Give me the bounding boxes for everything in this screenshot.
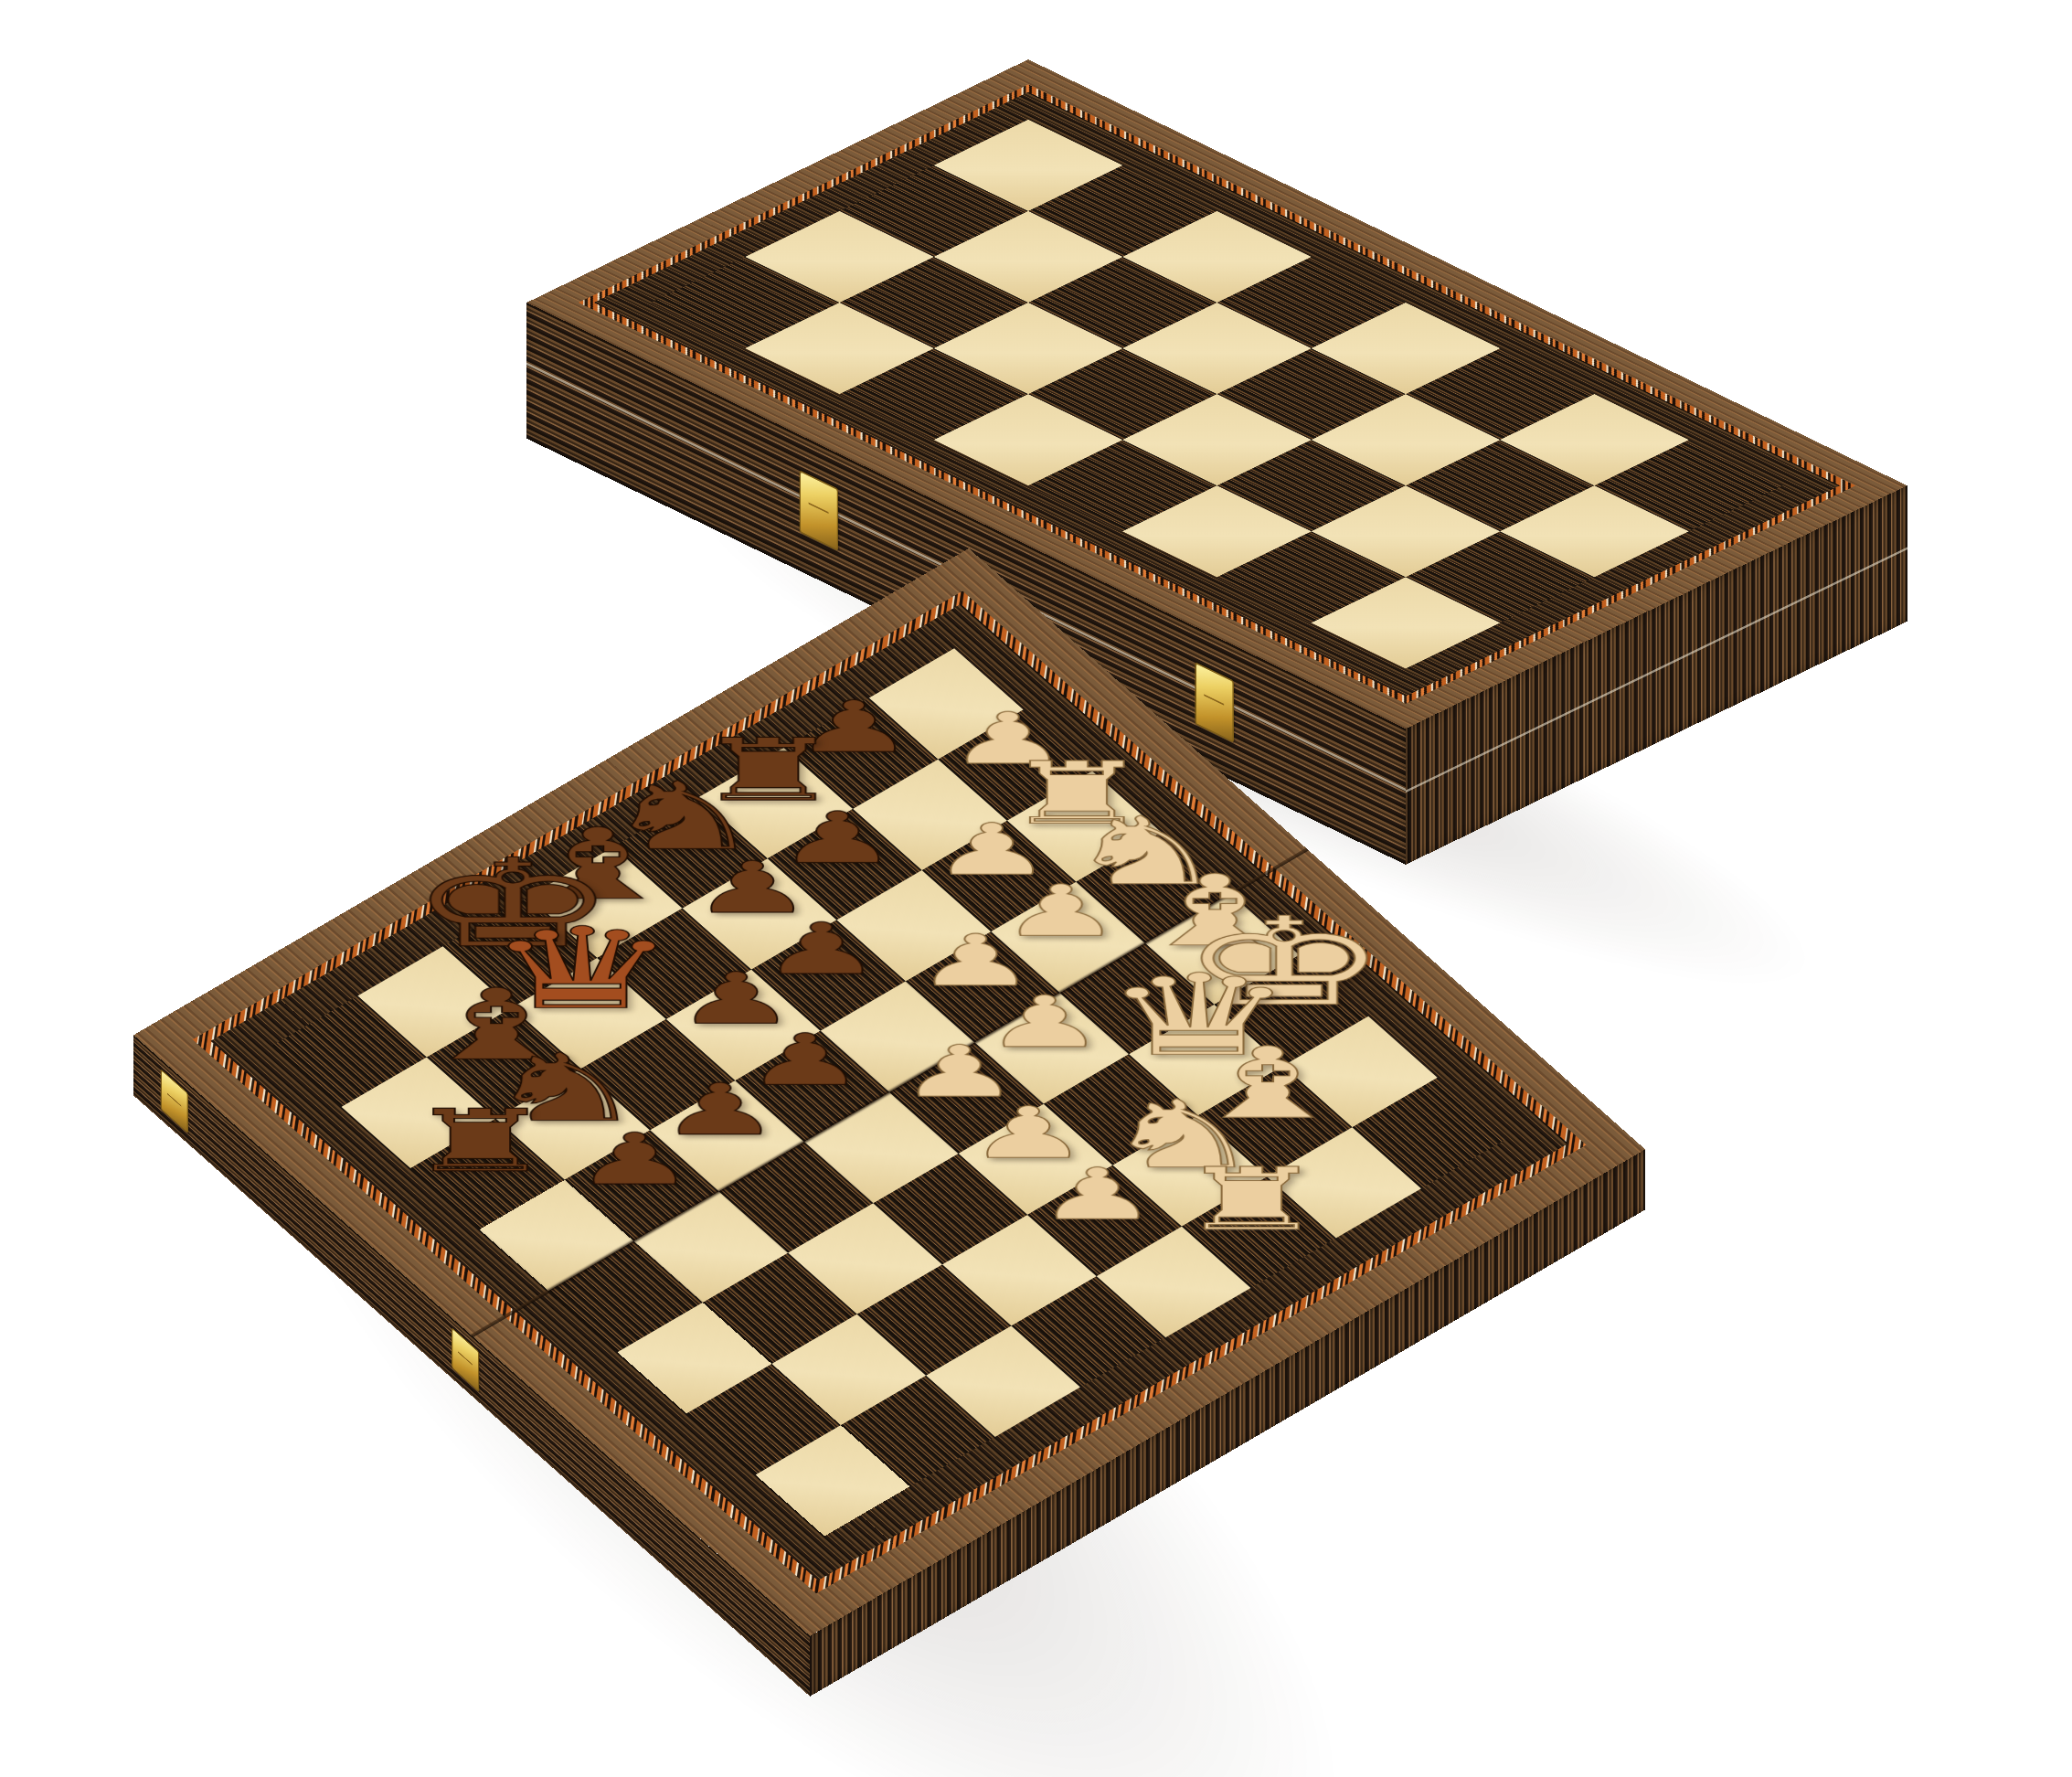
brass-latch[interactable] — [799, 470, 837, 551]
brass-latch[interactable] — [1195, 662, 1233, 743]
product-photo-scene: ♟♜♞♝♚♟♟♟♛♝♜♟♟♟♞♜♞♟♟♟♟♟♝♟♟♚♛♟♝♞♟♜ — [0, 0, 2072, 1777]
piece-white-rook[interactable]: ♜ — [1177, 1156, 1326, 1242]
piece-dark-rook[interactable]: ♜ — [406, 1098, 555, 1184]
piece-dark-pawn[interactable]: ♟ — [573, 1123, 696, 1195]
piece-white-pawn[interactable]: ♟ — [1036, 1159, 1159, 1230]
